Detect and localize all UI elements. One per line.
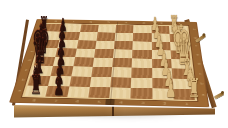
piece-black-pawn-a7: ♟ <box>53 76 64 99</box>
piece-white-pawn-a2: ♟ <box>166 78 177 101</box>
pieces-layer: ♜♟♟♜♞♟♟♞♝♟♟♝♚♟♟♚♛♟♟♛♝♟♟♝♞♟♟♞♜♟♟♜ <box>0 0 228 128</box>
piece-black-rook-a8: ♜ <box>30 72 42 98</box>
scene: 8765432187654321hgfedcbahgfedcba ♜♟♟♜♞♟♟… <box>0 0 228 128</box>
piece-white-rook-a1: ♜ <box>188 75 200 101</box>
